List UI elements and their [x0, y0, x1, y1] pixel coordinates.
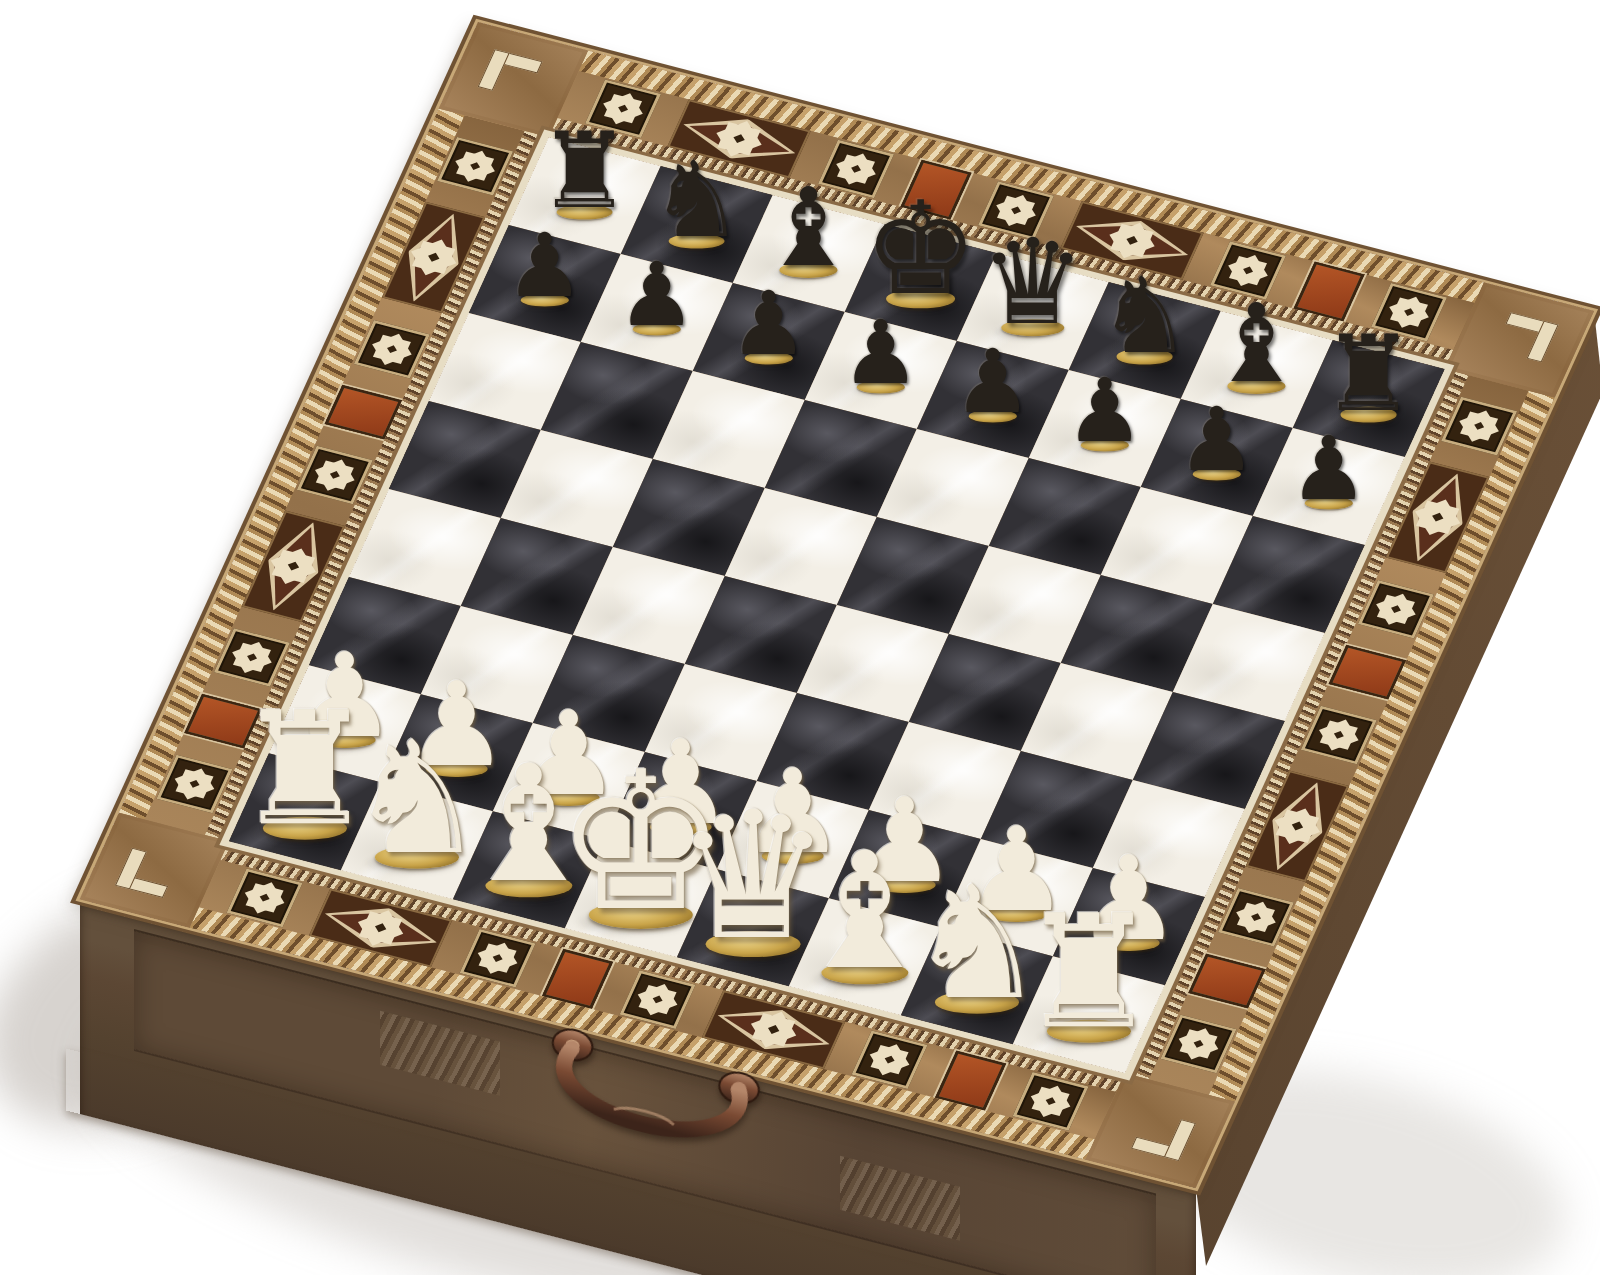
piece-glyph: ♞	[1098, 264, 1192, 369]
black-pawn[interactable]: ♟	[1289, 425, 1368, 513]
piece-glyph: ♝	[760, 174, 857, 282]
piece-glyph: ♟	[617, 251, 696, 339]
piece-glyph: ♟	[953, 338, 1032, 426]
black-pawn[interactable]: ♟	[841, 309, 920, 397]
white-rook[interactable]: ♜	[1019, 893, 1159, 1049]
pieces-layer: ♜♞♝♚♛♞♝♜♟♟♟♟♟♟♟♟♟♟♟♟♟♟♟♟♜♞♝♚♛♝♞♜	[0, 0, 1600, 1275]
black-bishop[interactable]: ♝	[1208, 290, 1305, 398]
black-queen[interactable]: ♛	[980, 224, 1086, 342]
piece-glyph: ♜	[1019, 893, 1159, 1049]
black-king[interactable]: ♚	[863, 186, 978, 314]
black-pawn[interactable]: ♟	[729, 280, 808, 368]
piece-glyph: ♟	[1065, 367, 1144, 455]
black-pawn[interactable]: ♟	[1065, 367, 1144, 455]
black-rook[interactable]: ♜	[538, 119, 632, 224]
black-rook[interactable]: ♜	[1322, 322, 1416, 427]
black-bishop[interactable]: ♝	[760, 174, 857, 282]
black-pawn[interactable]: ♟	[617, 251, 696, 339]
black-knight[interactable]: ♞	[650, 148, 744, 253]
piece-glyph: ♛	[980, 224, 1086, 342]
piece-glyph: ♟	[841, 309, 920, 397]
piece-glyph: ♚	[863, 186, 978, 314]
black-knight[interactable]: ♞	[1098, 264, 1192, 369]
piece-glyph: ♟	[729, 280, 808, 368]
piece-glyph: ♜	[538, 119, 632, 224]
black-pawn[interactable]: ♟	[1177, 396, 1256, 484]
piece-glyph: ♞	[650, 148, 744, 253]
piece-glyph: ♝	[1208, 290, 1305, 398]
black-pawn[interactable]: ♟	[953, 338, 1032, 426]
piece-glyph: ♟	[505, 222, 584, 310]
piece-glyph: ♟	[1289, 425, 1368, 513]
piece-glyph: ♟	[1177, 396, 1256, 484]
black-pawn[interactable]: ♟	[505, 222, 584, 310]
piece-glyph: ♜	[1322, 322, 1416, 427]
